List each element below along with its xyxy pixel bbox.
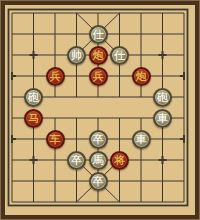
board-point-e1: 仕 [87, 24, 109, 45]
board-point-e3: 兵 [87, 66, 109, 87]
xiangqi-board[interactable]: 仕帅炮仕兵兵炮砲砲马車车卒車卒馬将卒 [1, 1, 199, 219]
board-point-h4: 砲 [152, 87, 174, 108]
piece-red-soldier[interactable]: 兵 [46, 67, 65, 86]
xiangqi-screenshot: 仕帅炮仕兵兵炮砲砲马車车卒車卒馬将卒 [0, 0, 200, 220]
board-point-g6: 車 [130, 129, 152, 150]
board-grid: 仕帅炮仕兵兵炮砲砲马車车卒車卒馬将卒 [1, 3, 195, 213]
piece-white-horse[interactable]: 馬 [89, 151, 108, 170]
board-point-e6: 卒 [87, 129, 109, 150]
piece-white-chariot[interactable]: 車 [132, 130, 151, 149]
board-point-c3: 兵 [44, 66, 66, 87]
piece-glyph: 仕 [93, 29, 104, 40]
board-point-f7: 将 [109, 150, 131, 171]
piece-glyph: 卒 [93, 134, 104, 145]
board-point-e7: 馬 [87, 150, 109, 171]
piece-red-horse[interactable]: 马 [24, 109, 43, 128]
piece-glyph: 砲 [157, 92, 168, 103]
piece-glyph: 车 [50, 134, 61, 145]
piece-glyph: 砲 [28, 92, 39, 103]
piece-glyph: 車 [136, 134, 147, 145]
board-point-b5: 马 [23, 108, 45, 129]
board-point-e8: 卒 [87, 171, 109, 192]
board-point-e2: 炮 [87, 45, 109, 66]
board-point-g3: 炮 [130, 66, 152, 87]
piece-red-soldier[interactable]: 兵 [89, 67, 108, 86]
piece-glyph: 帅 [71, 50, 82, 61]
piece-glyph: 卒 [93, 176, 104, 187]
piece-glyph: 马 [28, 113, 39, 124]
piece-glyph: 炮 [93, 50, 104, 61]
board-point-h5: 車 [152, 108, 174, 129]
piece-red-cannon[interactable]: 炮 [132, 67, 151, 86]
piece-red-cannon[interactable]: 炮 [89, 46, 108, 65]
piece-white-general[interactable]: 帅 [67, 46, 86, 65]
piece-white-advisor[interactable]: 仕 [89, 25, 108, 44]
piece-white-chariot[interactable]: 車 [153, 109, 172, 128]
piece-red-general[interactable]: 将 [110, 151, 129, 170]
piece-glyph: 将 [114, 155, 125, 166]
board-point-c6: 车 [44, 129, 66, 150]
piece-white-advisor[interactable]: 仕 [110, 46, 129, 65]
board-point-b4: 砲 [23, 87, 45, 108]
piece-glyph: 兵 [50, 71, 61, 82]
board-point-d7: 卒 [66, 150, 88, 171]
piece-glyph: 卒 [71, 155, 82, 166]
piece-glyph: 馬 [93, 155, 104, 166]
piece-white-soldier[interactable]: 卒 [89, 130, 108, 149]
piece-glyph: 車 [157, 113, 168, 124]
piece-glyph: 仕 [114, 50, 125, 61]
board-point-f2: 仕 [109, 45, 131, 66]
piece-white-cannon[interactable]: 砲 [153, 88, 172, 107]
piece-white-soldier[interactable]: 卒 [67, 151, 86, 170]
piece-glyph: 兵 [93, 71, 104, 82]
piece-white-cannon[interactable]: 砲 [24, 88, 43, 107]
piece-glyph: 炮 [136, 71, 147, 82]
piece-red-chariot[interactable]: 车 [46, 130, 65, 149]
piece-white-soldier[interactable]: 卒 [89, 172, 108, 191]
board-point-d2: 帅 [66, 45, 88, 66]
